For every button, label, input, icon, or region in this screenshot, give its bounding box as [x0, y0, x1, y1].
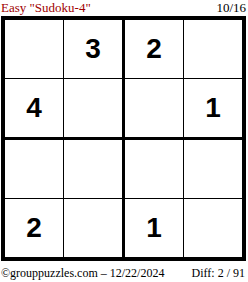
footer-copyright: ©grouppuzzles.com – 12/22/2024: [1, 266, 164, 280]
puzzle-page: Easy "Sudoku-4" 10/16 324121 ©grouppuzzl…: [0, 0, 248, 280]
cell-r2c2[interactable]: [64, 79, 125, 140]
sudoku-board: 324121: [1, 16, 246, 261]
cell-r2c1: 4: [5, 79, 64, 140]
cell-r1c3: 2: [125, 20, 184, 79]
cell-r3c4[interactable]: [184, 140, 242, 199]
cell-r4c1: 2: [5, 199, 64, 257]
cell-r3c2[interactable]: [64, 140, 125, 199]
footer-difficulty: Diff: 2 / 91: [192, 266, 245, 280]
cell-r4c2[interactable]: [64, 199, 125, 257]
cell-r2c3[interactable]: [125, 79, 184, 140]
footer: ©grouppuzzles.com – 12/22/2024 Diff: 2 /…: [1, 266, 245, 280]
cell-r4c3: 1: [125, 199, 184, 257]
cell-r3c3[interactable]: [125, 140, 184, 199]
cell-r1c1[interactable]: [5, 20, 64, 79]
puzzle-title: Easy "Sudoku-4": [1, 1, 91, 15]
page-indicator: 10/16: [216, 1, 246, 15]
cell-r4c4[interactable]: [184, 199, 242, 257]
cell-r1c2: 3: [64, 20, 125, 79]
header: Easy "Sudoku-4" 10/16: [1, 1, 246, 16]
cell-r1c4[interactable]: [184, 20, 242, 79]
cell-r2c4: 1: [184, 79, 242, 140]
cell-r3c1[interactable]: [5, 140, 64, 199]
